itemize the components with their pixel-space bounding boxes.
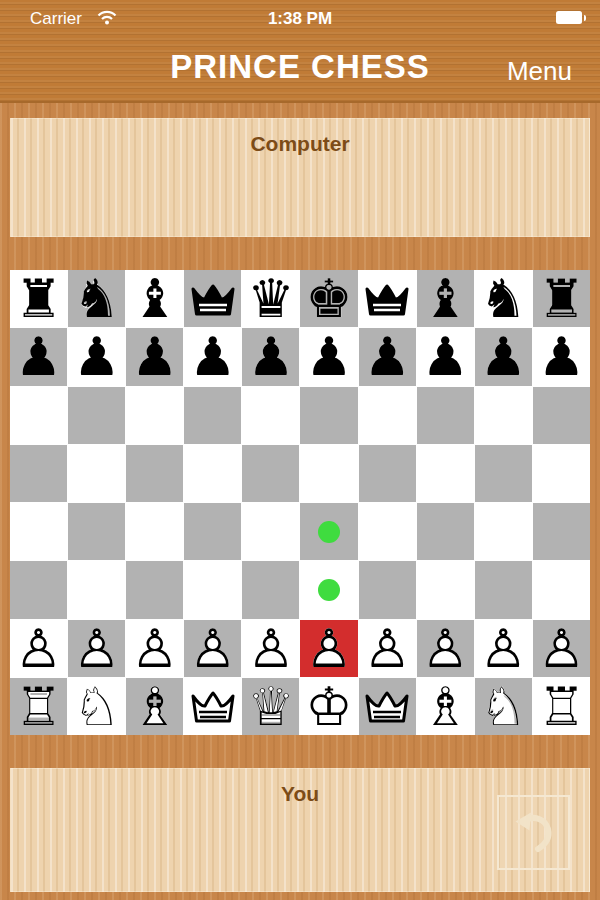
square-a4[interactable] <box>10 503 67 560</box>
black-pawn[interactable]: ♙♟ <box>68 328 125 385</box>
black-pawn[interactable]: ♙♟ <box>126 328 183 385</box>
piece-outline: ♝ <box>417 270 474 327</box>
black-rook[interactable]: ♖♜ <box>533 270 590 327</box>
piece-outline: ♙ <box>126 620 183 677</box>
white-pawn[interactable]: ♟♙ <box>184 620 241 677</box>
square-e2[interactable]: ♟♙ <box>242 620 299 677</box>
square-i4[interactable] <box>475 503 532 560</box>
square-j1[interactable]: ♜♖ <box>533 678 590 735</box>
legal-move-dot-f3[interactable] <box>318 579 340 601</box>
square-c3[interactable] <box>126 561 183 618</box>
app-screen: Carrier 1:38 PM PRINCE CHESS Menu Comput… <box>0 0 600 900</box>
square-c4[interactable] <box>126 503 183 560</box>
square-f7[interactable]: ♙♟ <box>300 328 357 385</box>
square-j4[interactable] <box>533 503 590 560</box>
piece-outline: ♘ <box>68 678 125 735</box>
square-b8[interactable]: ♘♞ <box>68 270 125 327</box>
white-pawn[interactable]: ♟♙ <box>10 620 67 677</box>
white-pawn[interactable]: ♟♙ <box>300 620 357 677</box>
menu-button[interactable]: Menu <box>507 56 572 87</box>
square-i3[interactable] <box>475 561 532 618</box>
white-pawn[interactable]: ♟♙ <box>417 620 474 677</box>
square-a1[interactable]: ♜♖ <box>10 678 67 735</box>
white-rook[interactable]: ♜♖ <box>10 678 67 735</box>
square-g2[interactable]: ♟♙ <box>359 620 416 677</box>
white-bishop[interactable]: ♝♗ <box>126 678 183 735</box>
black-knight[interactable]: ♘♞ <box>68 270 125 327</box>
square-i8[interactable]: ♘♞ <box>475 270 532 327</box>
black-pawn[interactable]: ♙♟ <box>242 328 299 385</box>
black-bishop[interactable]: ♗♝ <box>126 270 183 327</box>
square-b1[interactable]: ♞♘ <box>68 678 125 735</box>
square-a3[interactable] <box>10 561 67 618</box>
legal-move-dot-f4[interactable] <box>318 521 340 543</box>
piece-outline: ♜ <box>533 270 590 327</box>
player-panel: You <box>10 768 590 892</box>
white-king[interactable]: ♚♔ <box>300 678 357 735</box>
square-d5[interactable] <box>184 445 241 502</box>
square-a7[interactable]: ♙♟ <box>10 328 67 385</box>
piece-outline: ♝ <box>126 270 183 327</box>
black-bishop[interactable]: ♗♝ <box>417 270 474 327</box>
square-h5[interactable] <box>417 445 474 502</box>
square-j2[interactable]: ♟♙ <box>533 620 590 677</box>
square-i6[interactable] <box>475 387 532 444</box>
square-b2[interactable]: ♟♙ <box>68 620 125 677</box>
white-prince[interactable] <box>359 678 416 735</box>
square-a8[interactable]: ♖♜ <box>10 270 67 327</box>
square-d2[interactable]: ♟♙ <box>184 620 241 677</box>
square-e7[interactable]: ♙♟ <box>242 328 299 385</box>
square-e8[interactable]: ♕♛ <box>242 270 299 327</box>
square-b4[interactable] <box>68 503 125 560</box>
black-pawn[interactable]: ♙♟ <box>533 328 590 385</box>
square-e4[interactable] <box>242 503 299 560</box>
opponent-panel: Computer <box>10 118 590 237</box>
square-d7[interactable]: ♙♟ <box>184 328 241 385</box>
square-h4[interactable] <box>417 503 474 560</box>
square-d6[interactable] <box>184 387 241 444</box>
piece-outline: ♙ <box>300 620 357 677</box>
square-h1[interactable]: ♝♗ <box>417 678 474 735</box>
white-pawn[interactable]: ♟♙ <box>475 620 532 677</box>
piece-outline: ♘ <box>475 678 532 735</box>
piece-outline: ♙ <box>475 620 532 677</box>
square-j6[interactable] <box>533 387 590 444</box>
black-knight[interactable]: ♘♞ <box>475 270 532 327</box>
piece-outline: ♟ <box>359 328 416 385</box>
square-c5[interactable] <box>126 445 183 502</box>
piece-outline: ♟ <box>417 328 474 385</box>
square-g7[interactable]: ♙♟ <box>359 328 416 385</box>
square-d3[interactable] <box>184 561 241 618</box>
square-j3[interactable] <box>533 561 590 618</box>
piece-outline: ♛ <box>242 270 299 327</box>
white-pawn[interactable]: ♟♙ <box>359 620 416 677</box>
square-f3[interactable] <box>300 561 357 618</box>
square-b5[interactable] <box>68 445 125 502</box>
white-pawn[interactable]: ♟♙ <box>533 620 590 677</box>
white-knight[interactable]: ♞♘ <box>475 678 532 735</box>
square-a6[interactable] <box>10 387 67 444</box>
square-f6[interactable] <box>300 387 357 444</box>
piece-outline: ♗ <box>417 678 474 735</box>
piece-outline: ♙ <box>184 620 241 677</box>
black-pawn[interactable]: ♙♟ <box>300 328 357 385</box>
black-rook[interactable]: ♖♜ <box>10 270 67 327</box>
square-h7[interactable]: ♙♟ <box>417 328 474 385</box>
square-d4[interactable] <box>184 503 241 560</box>
white-pawn[interactable]: ♟♙ <box>68 620 125 677</box>
black-pawn[interactable]: ♙♟ <box>184 328 241 385</box>
square-c8[interactable]: ♗♝ <box>126 270 183 327</box>
square-h8[interactable]: ♗♝ <box>417 270 474 327</box>
undo-arrow-icon <box>510 807 558 859</box>
square-b7[interactable]: ♙♟ <box>68 328 125 385</box>
piece-outline: ♙ <box>242 620 299 677</box>
piece-outline: ♙ <box>68 620 125 677</box>
square-g8[interactable] <box>359 270 416 327</box>
piece-outline: ♖ <box>10 678 67 735</box>
piece-outline: ♙ <box>10 620 67 677</box>
white-queen[interactable]: ♛♕ <box>242 678 299 735</box>
white-pawn[interactable]: ♟♙ <box>126 620 183 677</box>
piece-outline: ♟ <box>68 328 125 385</box>
piece-outline: ♟ <box>126 328 183 385</box>
black-prince[interactable] <box>359 270 416 327</box>
square-h2[interactable]: ♟♙ <box>417 620 474 677</box>
square-i1[interactable]: ♞♘ <box>475 678 532 735</box>
square-e6[interactable] <box>242 387 299 444</box>
square-e3[interactable] <box>242 561 299 618</box>
battery-icon <box>556 11 586 24</box>
square-b3[interactable] <box>68 561 125 618</box>
piece-outline: ♟ <box>533 328 590 385</box>
status-bar: Carrier 1:38 PM <box>0 0 600 37</box>
white-prince[interactable] <box>184 678 241 735</box>
square-h6[interactable] <box>417 387 474 444</box>
piece-outline: ♙ <box>417 620 474 677</box>
piece-outline: ♜ <box>10 270 67 327</box>
square-f4[interactable] <box>300 503 357 560</box>
square-e5[interactable] <box>242 445 299 502</box>
square-b6[interactable] <box>68 387 125 444</box>
square-f5[interactable] <box>300 445 357 502</box>
white-rook[interactable]: ♜♖ <box>533 678 590 735</box>
square-c2[interactable]: ♟♙ <box>126 620 183 677</box>
square-g4[interactable] <box>359 503 416 560</box>
clock-label: 1:38 PM <box>0 9 600 29</box>
square-f8[interactable]: ♔♚ <box>300 270 357 327</box>
piece-outline: ♟ <box>475 328 532 385</box>
square-c1[interactable]: ♝♗ <box>126 678 183 735</box>
black-pawn[interactable]: ♙♟ <box>10 328 67 385</box>
white-pawn[interactable]: ♟♙ <box>242 620 299 677</box>
black-pawn[interactable]: ♙♟ <box>359 328 416 385</box>
opponent-name-label: Computer <box>11 119 589 156</box>
black-pawn[interactable]: ♙♟ <box>417 328 474 385</box>
square-j5[interactable] <box>533 445 590 502</box>
piece-outline: ♖ <box>533 678 590 735</box>
square-h3[interactable] <box>417 561 474 618</box>
square-g6[interactable] <box>359 387 416 444</box>
piece-outline: ♟ <box>300 328 357 385</box>
square-i5[interactable] <box>475 445 532 502</box>
black-king[interactable]: ♔♚ <box>300 270 357 327</box>
piece-outline: ♟ <box>184 328 241 385</box>
square-d8[interactable] <box>184 270 241 327</box>
square-g5[interactable] <box>359 445 416 502</box>
piece-outline: ♚ <box>300 270 357 327</box>
white-bishop[interactable]: ♝♗ <box>417 678 474 735</box>
white-knight[interactable]: ♞♘ <box>68 678 125 735</box>
piece-outline: ♔ <box>300 678 357 735</box>
piece-outline: ♗ <box>126 678 183 735</box>
square-a5[interactable] <box>10 445 67 502</box>
piece-outline: ♟ <box>10 328 67 385</box>
square-g1[interactable] <box>359 678 416 735</box>
square-c7[interactable]: ♙♟ <box>126 328 183 385</box>
square-f1[interactable]: ♚♔ <box>300 678 357 735</box>
piece-outline: ♙ <box>533 620 590 677</box>
square-j8[interactable]: ♖♜ <box>533 270 590 327</box>
board: ♖♜♘♞♗♝♕♛♔♚♗♝♘♞♖♜♙♟♙♟♙♟♙♟♙♟♙♟♙♟♙♟♙♟♙♟♟♙♟♙… <box>10 270 590 735</box>
piece-outline: ♙ <box>359 620 416 677</box>
piece-outline: ♕ <box>242 678 299 735</box>
piece-outline: ♞ <box>68 270 125 327</box>
square-i2[interactable]: ♟♙ <box>475 620 532 677</box>
square-c6[interactable] <box>126 387 183 444</box>
square-j7[interactable]: ♙♟ <box>533 328 590 385</box>
black-pawn[interactable]: ♙♟ <box>475 328 532 385</box>
piece-outline: ♟ <box>242 328 299 385</box>
square-d1[interactable] <box>184 678 241 735</box>
square-e1[interactable]: ♛♕ <box>242 678 299 735</box>
square-f2[interactable]: ♟♙ <box>300 620 357 677</box>
square-a2[interactable]: ♟♙ <box>10 620 67 677</box>
square-i7[interactable]: ♙♟ <box>475 328 532 385</box>
top-bar: Carrier 1:38 PM PRINCE CHESS Menu <box>0 0 600 103</box>
piece-outline: ♞ <box>475 270 532 327</box>
undo-button[interactable] <box>497 795 570 870</box>
black-prince[interactable] <box>184 270 241 327</box>
square-g3[interactable] <box>359 561 416 618</box>
black-queen[interactable]: ♕♛ <box>242 270 299 327</box>
